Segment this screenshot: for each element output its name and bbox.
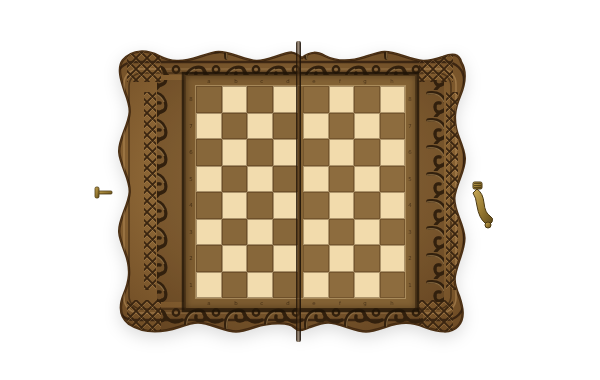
square-b4[interactable]: [222, 192, 248, 219]
coordinate-glyph: 4: [408, 203, 411, 208]
square-h2[interactable]: [380, 245, 406, 272]
square-h1[interactable]: [380, 272, 406, 299]
square-e4[interactable]: [303, 192, 329, 219]
coordinate-glyph: 1: [408, 282, 411, 287]
coordinate-glyph: f: [339, 300, 341, 305]
coordinate-glyph: a: [207, 78, 210, 83]
square-g7[interactable]: [354, 113, 380, 140]
square-e8[interactable]: [303, 86, 329, 113]
coordinate-glyph: g: [364, 78, 367, 83]
square-a8[interactable]: [196, 86, 222, 113]
coordinate-glyph: 5: [189, 176, 192, 181]
coordinate-glyph: 5: [408, 176, 411, 181]
square-b6[interactable]: [222, 139, 248, 166]
square-b8[interactable]: [222, 86, 248, 113]
coordinate-glyph: d: [286, 300, 289, 305]
square-h8[interactable]: [380, 86, 406, 113]
coordinate-glyph: 2: [189, 256, 192, 261]
square-h3[interactable]: [380, 219, 406, 246]
square-b1[interactable]: [222, 272, 248, 299]
square-c7[interactable]: [247, 113, 273, 140]
rank-labels-right: 87654321: [406, 86, 414, 298]
square-a4[interactable]: [196, 192, 222, 219]
square-f7[interactable]: [329, 113, 355, 140]
coordinate-glyph: g: [364, 300, 367, 305]
coordinate-glyph: 6: [189, 150, 192, 155]
square-f4[interactable]: [329, 192, 355, 219]
coordinate-glyph: 8: [189, 97, 192, 102]
square-c4[interactable]: [247, 192, 273, 219]
coordinate-glyph: a: [207, 300, 210, 305]
coordinate-glyph: 1: [189, 282, 192, 287]
brass-clasp-icon[interactable]: [461, 176, 503, 238]
square-e6[interactable]: [303, 139, 329, 166]
square-h7[interactable]: [380, 113, 406, 140]
square-e7[interactable]: [303, 113, 329, 140]
coordinate-glyph: 7: [408, 123, 411, 128]
square-d3[interactable]: [273, 219, 299, 246]
brass-hinge-pin-icon: [90, 182, 116, 204]
square-b7[interactable]: [222, 113, 248, 140]
coordinate-glyph: h: [390, 78, 393, 83]
square-f1[interactable]: [329, 272, 355, 299]
square-f5[interactable]: [329, 166, 355, 193]
square-e1[interactable]: [303, 272, 329, 299]
coordinate-glyph: 3: [189, 229, 192, 234]
square-a1[interactable]: [196, 272, 222, 299]
coordinate-glyph: f: [339, 78, 341, 83]
square-d2[interactable]: [273, 245, 299, 272]
square-d8[interactable]: [273, 86, 299, 113]
square-b3[interactable]: [222, 219, 248, 246]
coordinate-glyph: 6: [408, 150, 411, 155]
coordinate-glyph: 7: [189, 123, 192, 128]
coordinate-glyph: 2: [408, 256, 411, 261]
square-b2[interactable]: [222, 245, 248, 272]
game-case: abcdefgh abcdefgh 87654321 87654321: [103, 36, 477, 346]
square-a5[interactable]: [196, 166, 222, 193]
square-g3[interactable]: [354, 219, 380, 246]
square-d7[interactable]: [273, 113, 299, 140]
square-g2[interactable]: [354, 245, 380, 272]
square-e5[interactable]: [303, 166, 329, 193]
coordinate-glyph: e: [313, 78, 316, 83]
square-c6[interactable]: [247, 139, 273, 166]
square-h4[interactable]: [380, 192, 406, 219]
square-g8[interactable]: [354, 86, 380, 113]
square-g1[interactable]: [354, 272, 380, 299]
square-g4[interactable]: [354, 192, 380, 219]
coordinate-glyph: c: [260, 78, 263, 83]
square-h6[interactable]: [380, 139, 406, 166]
coordinate-glyph: h: [390, 300, 393, 305]
fold-seam: [296, 41, 301, 342]
square-e3[interactable]: [303, 219, 329, 246]
square-a3[interactable]: [196, 219, 222, 246]
square-d5[interactable]: [273, 166, 299, 193]
square-h5[interactable]: [380, 166, 406, 193]
square-e2[interactable]: [303, 245, 329, 272]
square-d4[interactable]: [273, 192, 299, 219]
square-a6[interactable]: [196, 139, 222, 166]
square-g6[interactable]: [354, 139, 380, 166]
square-c1[interactable]: [247, 272, 273, 299]
square-c3[interactable]: [247, 219, 273, 246]
coordinate-glyph: e: [313, 300, 316, 305]
coordinate-glyph: 8: [408, 97, 411, 102]
square-f6[interactable]: [329, 139, 355, 166]
square-c5[interactable]: [247, 166, 273, 193]
square-f3[interactable]: [329, 219, 355, 246]
square-d6[interactable]: [273, 139, 299, 166]
square-c8[interactable]: [247, 86, 273, 113]
coordinate-glyph: b: [234, 78, 237, 83]
coordinate-glyph: 4: [189, 203, 192, 208]
square-c2[interactable]: [247, 245, 273, 272]
coordinate-glyph: d: [286, 78, 289, 83]
square-a7[interactable]: [196, 113, 222, 140]
coordinate-glyph: c: [260, 300, 263, 305]
square-a2[interactable]: [196, 245, 222, 272]
coordinate-glyph: b: [234, 300, 237, 305]
square-b5[interactable]: [222, 166, 248, 193]
square-f2[interactable]: [329, 245, 355, 272]
square-g5[interactable]: [354, 166, 380, 193]
rank-labels-left: 87654321: [187, 86, 195, 298]
coordinate-glyph: 3: [408, 229, 411, 234]
square-d1[interactable]: [273, 272, 299, 299]
square-f8[interactable]: [329, 86, 355, 113]
photo-background: abcdefgh abcdefgh 87654321 87654321: [0, 0, 600, 380]
